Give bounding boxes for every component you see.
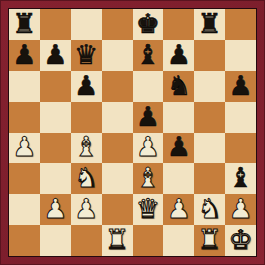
square-d5[interactable] [102, 102, 133, 133]
square-a5[interactable] [9, 102, 40, 133]
square-c1[interactable] [71, 225, 102, 256]
square-c4[interactable]: ♝ [71, 133, 102, 164]
square-h5[interactable] [225, 102, 256, 133]
piece-black-pawn[interactable]: ♟ [43, 41, 67, 68]
square-a3[interactable] [9, 163, 40, 194]
square-h1[interactable]: ♚ [225, 225, 256, 256]
square-d3[interactable] [102, 163, 133, 194]
square-g2[interactable]: ♞ [194, 194, 225, 225]
square-e4[interactable]: ♟ [133, 133, 164, 164]
piece-white-knight[interactable]: ♞ [74, 164, 98, 191]
square-b6[interactable] [40, 71, 71, 102]
piece-white-knight[interactable]: ♞ [198, 195, 222, 222]
piece-white-rook[interactable]: ♜ [198, 226, 222, 253]
piece-black-pawn[interactable]: ♟ [136, 103, 160, 130]
square-a4[interactable]: ♟ [9, 133, 40, 164]
square-f2[interactable]: ♟ [163, 194, 194, 225]
square-c2[interactable]: ♟ [71, 194, 102, 225]
piece-white-queen[interactable]: ♛ [136, 195, 160, 222]
square-h7[interactable] [225, 40, 256, 71]
piece-black-king[interactable]: ♚ [136, 10, 160, 37]
square-h3[interactable]: ♝ [225, 163, 256, 194]
square-e1[interactable] [133, 225, 164, 256]
square-e7[interactable]: ♝ [133, 40, 164, 71]
board-frame: ♜♚♜♟♟♛♝♟♟♞♟♟♟♝♟♟♞♝♝♟♟♛♟♞♟♜♜♚ [0, 0, 265, 265]
square-f7[interactable]: ♟ [163, 40, 194, 71]
square-f4[interactable]: ♟ [163, 133, 194, 164]
square-a2[interactable] [9, 194, 40, 225]
square-b8[interactable] [40, 9, 71, 40]
square-b1[interactable] [40, 225, 71, 256]
square-d1[interactable]: ♜ [102, 225, 133, 256]
chess-board: ♜♚♜♟♟♛♝♟♟♞♟♟♟♝♟♟♞♝♝♟♟♛♟♞♟♜♜♚ [8, 8, 257, 257]
square-a1[interactable] [9, 225, 40, 256]
square-f3[interactable] [163, 163, 194, 194]
square-a8[interactable]: ♜ [9, 9, 40, 40]
square-c7[interactable]: ♛ [71, 40, 102, 71]
piece-white-bishop[interactable]: ♝ [136, 164, 160, 191]
piece-white-rook[interactable]: ♜ [105, 226, 129, 253]
square-f5[interactable] [163, 102, 194, 133]
square-c5[interactable] [71, 102, 102, 133]
piece-black-pawn[interactable]: ♟ [228, 72, 252, 99]
piece-white-pawn[interactable]: ♟ [228, 195, 252, 222]
piece-black-rook[interactable]: ♜ [198, 10, 222, 37]
square-e2[interactable]: ♛ [133, 194, 164, 225]
piece-white-bishop[interactable]: ♝ [74, 133, 98, 160]
square-b2[interactable]: ♟ [40, 194, 71, 225]
piece-white-pawn[interactable]: ♟ [136, 133, 160, 160]
square-c6[interactable]: ♟ [71, 71, 102, 102]
square-c3[interactable]: ♞ [71, 163, 102, 194]
piece-black-pawn[interactable]: ♟ [12, 41, 36, 68]
square-f8[interactable] [163, 9, 194, 40]
square-h8[interactable] [225, 9, 256, 40]
square-c8[interactable] [71, 9, 102, 40]
square-d8[interactable] [102, 9, 133, 40]
piece-white-pawn[interactable]: ♟ [74, 195, 98, 222]
square-e3[interactable]: ♝ [133, 163, 164, 194]
square-h6[interactable]: ♟ [225, 71, 256, 102]
square-e6[interactable] [133, 71, 164, 102]
square-a7[interactable]: ♟ [9, 40, 40, 71]
piece-black-bishop[interactable]: ♝ [228, 164, 252, 191]
square-e5[interactable]: ♟ [133, 102, 164, 133]
piece-black-queen[interactable]: ♛ [74, 41, 98, 68]
square-e8[interactable]: ♚ [133, 9, 164, 40]
square-d6[interactable] [102, 71, 133, 102]
square-d7[interactable] [102, 40, 133, 71]
square-g1[interactable]: ♜ [194, 225, 225, 256]
square-f6[interactable]: ♞ [163, 71, 194, 102]
piece-black-pawn[interactable]: ♟ [167, 133, 191, 160]
square-g6[interactable] [194, 71, 225, 102]
piece-black-knight[interactable]: ♞ [167, 72, 191, 99]
square-f1[interactable] [163, 225, 194, 256]
piece-white-king[interactable]: ♚ [228, 226, 252, 253]
square-b4[interactable] [40, 133, 71, 164]
square-a6[interactable] [9, 71, 40, 102]
square-h4[interactable] [225, 133, 256, 164]
square-b3[interactable] [40, 163, 71, 194]
square-g5[interactable] [194, 102, 225, 133]
piece-white-pawn[interactable]: ♟ [12, 133, 36, 160]
piece-white-pawn[interactable]: ♟ [43, 195, 67, 222]
square-d4[interactable] [102, 133, 133, 164]
square-g8[interactable]: ♜ [194, 9, 225, 40]
piece-black-bishop[interactable]: ♝ [136, 41, 160, 68]
square-h2[interactable]: ♟ [225, 194, 256, 225]
piece-white-pawn[interactable]: ♟ [167, 195, 191, 222]
piece-black-pawn[interactable]: ♟ [167, 41, 191, 68]
square-d2[interactable] [102, 194, 133, 225]
square-g4[interactable] [194, 133, 225, 164]
piece-black-rook[interactable]: ♜ [12, 10, 36, 37]
square-g3[interactable] [194, 163, 225, 194]
piece-black-pawn[interactable]: ♟ [74, 72, 98, 99]
square-g7[interactable] [194, 40, 225, 71]
square-b7[interactable]: ♟ [40, 40, 71, 71]
square-b5[interactable] [40, 102, 71, 133]
